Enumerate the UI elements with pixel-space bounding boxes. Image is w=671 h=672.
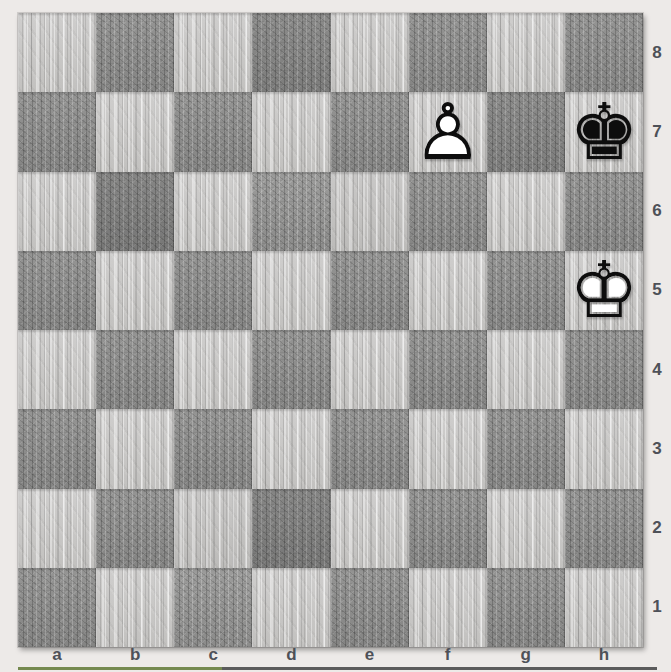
square-h2[interactable] <box>565 489 643 568</box>
square-e3[interactable] <box>331 409 409 488</box>
square-c1[interactable] <box>174 568 252 647</box>
square-b3[interactable] <box>96 409 174 488</box>
rank-label-6: 6 <box>643 172 671 251</box>
square-d8[interactable] <box>252 13 330 92</box>
square-b4[interactable] <box>96 330 174 409</box>
square-h3[interactable] <box>565 409 643 488</box>
square-g7[interactable] <box>487 92 565 171</box>
square-d3[interactable] <box>252 409 330 488</box>
square-f1[interactable] <box>409 568 487 647</box>
file-label-g: g <box>487 645 565 665</box>
square-a8[interactable] <box>18 13 96 92</box>
square-d2[interactable] <box>252 489 330 568</box>
rank-label-1: 1 <box>643 568 671 647</box>
square-c4[interactable] <box>174 330 252 409</box>
square-g3[interactable] <box>487 409 565 488</box>
square-h6[interactable] <box>565 172 643 251</box>
square-c8[interactable] <box>174 13 252 92</box>
square-d1[interactable] <box>252 568 330 647</box>
square-d5[interactable] <box>252 251 330 330</box>
square-a5[interactable] <box>18 251 96 330</box>
square-c3[interactable] <box>174 409 252 488</box>
black-king-icon: ♚ <box>569 93 639 171</box>
square-c2[interactable] <box>174 489 252 568</box>
status-bar <box>18 667 657 670</box>
square-h5[interactable]: ♚♔ <box>565 251 643 330</box>
square-a6[interactable] <box>18 172 96 251</box>
square-a3[interactable] <box>18 409 96 488</box>
square-a4[interactable] <box>18 330 96 409</box>
file-label-a: a <box>18 645 96 665</box>
progress-indicator <box>18 667 222 670</box>
square-g6[interactable] <box>487 172 565 251</box>
square-b2[interactable] <box>96 489 174 568</box>
square-e8[interactable] <box>331 13 409 92</box>
square-f6[interactable] <box>409 172 487 251</box>
square-b8[interactable] <box>96 13 174 92</box>
piece-white-king-h5[interactable]: ♚♔ <box>565 251 643 330</box>
file-label-c: c <box>174 645 252 665</box>
piece-white-pawn-f7[interactable]: ♟♙ <box>409 92 487 171</box>
square-h7[interactable]: ♚ <box>565 92 643 171</box>
square-d7[interactable] <box>252 92 330 171</box>
square-a1[interactable] <box>18 568 96 647</box>
square-h8[interactable] <box>565 13 643 92</box>
square-f2[interactable] <box>409 489 487 568</box>
file-label-h: h <box>565 645 643 665</box>
square-g1[interactable] <box>487 568 565 647</box>
file-label-b: b <box>96 645 174 665</box>
square-a7[interactable] <box>18 92 96 171</box>
piece-black-king-h7[interactable]: ♚ <box>565 92 643 171</box>
square-c7[interactable] <box>174 92 252 171</box>
square-f3[interactable] <box>409 409 487 488</box>
square-f7[interactable]: ♟♙ <box>409 92 487 171</box>
square-e7[interactable] <box>331 92 409 171</box>
square-f5[interactable] <box>409 251 487 330</box>
square-e5[interactable] <box>331 251 409 330</box>
file-label-f: f <box>409 645 487 665</box>
chess-board: ♟♙♚♚♔ <box>18 13 643 647</box>
square-f4[interactable] <box>409 330 487 409</box>
square-d6[interactable] <box>252 172 330 251</box>
square-e4[interactable] <box>331 330 409 409</box>
square-b6[interactable] <box>96 172 174 251</box>
square-d4[interactable] <box>252 330 330 409</box>
rank-label-7: 7 <box>643 92 671 171</box>
rank-label-4: 4 <box>643 330 671 409</box>
square-h1[interactable] <box>565 568 643 647</box>
chess-app: ♟♙♚♚♔ 87654321 abcdefgh <box>0 0 671 672</box>
white-king-icon: ♔ <box>569 251 639 329</box>
square-c6[interactable] <box>174 172 252 251</box>
square-g5[interactable] <box>487 251 565 330</box>
square-a2[interactable] <box>18 489 96 568</box>
file-label-d: d <box>252 645 330 665</box>
square-c5[interactable] <box>174 251 252 330</box>
rank-labels: 87654321 <box>643 13 671 647</box>
rank-label-2: 2 <box>643 489 671 568</box>
rank-label-5: 5 <box>643 251 671 330</box>
white-pawn-icon: ♙ <box>413 93 483 171</box>
square-e6[interactable] <box>331 172 409 251</box>
rank-label-3: 3 <box>643 409 671 488</box>
square-g2[interactable] <box>487 489 565 568</box>
file-labels: abcdefgh <box>18 645 643 664</box>
rank-label-8: 8 <box>643 13 671 92</box>
square-e1[interactable] <box>331 568 409 647</box>
square-e2[interactable] <box>331 489 409 568</box>
square-b5[interactable] <box>96 251 174 330</box>
square-g8[interactable] <box>487 13 565 92</box>
square-b7[interactable] <box>96 92 174 171</box>
square-h4[interactable] <box>565 330 643 409</box>
square-f8[interactable] <box>409 13 487 92</box>
square-b1[interactable] <box>96 568 174 647</box>
file-label-e: e <box>331 645 409 665</box>
square-g4[interactable] <box>487 330 565 409</box>
